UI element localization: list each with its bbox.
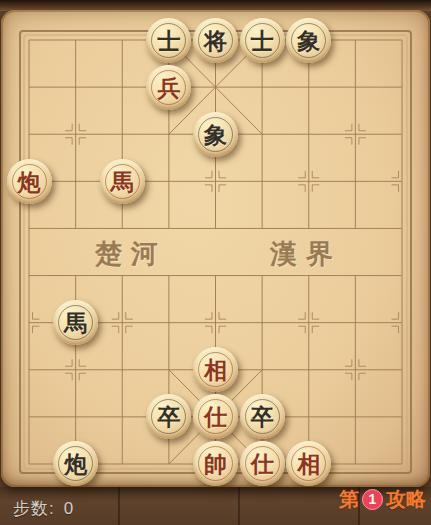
piece-red-cannon[interactable]: 炮 bbox=[7, 159, 52, 204]
piece-character: 仕 bbox=[251, 452, 274, 475]
piece-character: 馬 bbox=[111, 170, 134, 193]
piece-character: 相 bbox=[204, 358, 227, 381]
piece-black-advisor[interactable]: 士 bbox=[240, 18, 285, 63]
piece-black-soldier[interactable]: 卒 bbox=[240, 394, 285, 439]
piece-red-advisor[interactable]: 仕 bbox=[240, 441, 285, 486]
piece-character: 士 bbox=[157, 29, 180, 52]
watermark-suffix: 攻略 bbox=[386, 486, 426, 513]
piece-character: 象 bbox=[297, 29, 320, 52]
steps-value: 0 bbox=[64, 499, 74, 518]
piece-black-horse[interactable]: 馬 bbox=[53, 300, 98, 345]
watermark-number-badge: 1 bbox=[362, 489, 383, 510]
piece-character: 仕 bbox=[204, 405, 227, 428]
piece-black-elephant[interactable]: 象 bbox=[286, 18, 331, 63]
piece-character: 士 bbox=[251, 29, 274, 52]
piece-character: 帥 bbox=[204, 452, 227, 475]
piece-character: 卒 bbox=[157, 405, 180, 428]
piece-red-soldier[interactable]: 兵 bbox=[146, 65, 191, 110]
river-label-han-jie: 漢界 bbox=[270, 239, 342, 269]
piece-character: 相 bbox=[297, 452, 320, 475]
strategy-watermark: 第 1 攻略 bbox=[339, 486, 426, 513]
piece-character: 炮 bbox=[18, 170, 41, 193]
river-label-chu-he: 楚河 bbox=[95, 239, 167, 269]
piece-character: 象 bbox=[204, 123, 227, 146]
piece-red-elephant[interactable]: 相 bbox=[193, 347, 238, 392]
piece-black-elephant[interactable]: 象 bbox=[193, 112, 238, 157]
move-counter: 步数:0 bbox=[13, 497, 74, 520]
piece-character: 将 bbox=[204, 29, 227, 52]
piece-black-general[interactable]: 将 bbox=[193, 18, 238, 63]
piece-character: 卒 bbox=[251, 405, 274, 428]
game-screen: 楚河 漢界 士将士象兵象炮馬馬相卒仕卒炮帥仕相 步数:0 第 1 攻略 bbox=[0, 0, 431, 525]
piece-character: 兵 bbox=[157, 76, 180, 99]
piece-character: 炮 bbox=[64, 452, 87, 475]
watermark-prefix: 第 bbox=[339, 486, 359, 513]
xiangqi-board[interactable]: 楚河 漢界 士将士象兵象炮馬馬相卒仕卒炮帥仕相 bbox=[1, 10, 430, 487]
piece-character: 馬 bbox=[64, 311, 87, 334]
piece-red-horse[interactable]: 馬 bbox=[100, 159, 145, 204]
steps-label: 步数: bbox=[13, 499, 55, 518]
piece-black-advisor[interactable]: 士 bbox=[146, 18, 191, 63]
